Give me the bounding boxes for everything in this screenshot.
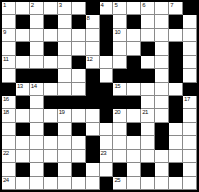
clue-number-8: 8 bbox=[87, 15, 90, 21]
clue-number-21: 21 bbox=[142, 109, 148, 115]
white-cell-r2-c4[interactable] bbox=[58, 29, 72, 42]
black-cell-r4-c5 bbox=[72, 56, 86, 69]
white-cell-r5-c7[interactable] bbox=[100, 69, 114, 82]
clue-number-10: 10 bbox=[114, 29, 120, 35]
white-cell-r7-c11[interactable] bbox=[155, 96, 169, 109]
white-cell-r2-c12[interactable] bbox=[169, 29, 183, 42]
white-cell-r2-c2[interactable] bbox=[30, 29, 44, 42]
white-cell-r0-c2[interactable]: 2 bbox=[30, 2, 44, 15]
white-cell-r3-c4[interactable] bbox=[58, 42, 72, 55]
white-cell-r6-c4[interactable] bbox=[58, 83, 72, 96]
white-cell-r6-c8[interactable]: 15 bbox=[113, 83, 127, 96]
white-cell-r8-c5[interactable] bbox=[72, 109, 86, 122]
white-cell-r1-c13[interactable] bbox=[183, 15, 197, 28]
black-cell-r7-c7 bbox=[100, 96, 114, 109]
clue-number-13: 13 bbox=[17, 83, 23, 89]
white-cell-r10-c12[interactable] bbox=[169, 136, 183, 149]
white-cell-r2-c6[interactable] bbox=[86, 29, 100, 42]
clue-number-24: 24 bbox=[3, 177, 9, 183]
white-cell-r10-c9[interactable] bbox=[127, 136, 141, 149]
white-cell-r5-c5[interactable] bbox=[72, 69, 86, 82]
white-cell-r9-c12[interactable] bbox=[169, 123, 183, 136]
black-cell-r10-c11 bbox=[155, 136, 169, 149]
white-cell-r8-c9[interactable] bbox=[127, 109, 141, 122]
white-cell-r2-c10[interactable] bbox=[141, 29, 155, 42]
crossword-grid: 1234567891011121314151617181920212223242… bbox=[0, 0, 199, 192]
clue-number-1: 1 bbox=[3, 2, 6, 8]
white-cell-r1-c6[interactable]: 8 bbox=[86, 15, 100, 28]
black-cell-r0-c6 bbox=[86, 2, 100, 15]
white-cell-r11-c1[interactable] bbox=[16, 150, 30, 163]
clue-number-14: 14 bbox=[31, 83, 37, 89]
clue-number-22: 22 bbox=[3, 150, 9, 156]
white-cell-r7-c2[interactable] bbox=[30, 96, 44, 109]
white-cell-r8-c6[interactable] bbox=[86, 109, 100, 122]
black-cell-r9-c9 bbox=[127, 123, 141, 136]
white-cell-r7-c10[interactable] bbox=[141, 96, 155, 109]
white-cell-r6-c1[interactable]: 13 bbox=[16, 83, 30, 96]
clue-number-5: 5 bbox=[114, 2, 117, 8]
black-cell-r1-c7 bbox=[100, 15, 114, 28]
black-cell-r11-c6 bbox=[86, 150, 100, 163]
black-cell-r6-c13 bbox=[183, 83, 197, 96]
white-cell-r12-c7[interactable] bbox=[100, 163, 114, 176]
white-cell-r3-c5[interactable] bbox=[72, 42, 86, 55]
white-cell-r12-c13[interactable] bbox=[183, 163, 197, 176]
black-cell-r5-c6 bbox=[86, 69, 100, 82]
white-cell-r8-c0[interactable]: 18 bbox=[2, 109, 16, 122]
white-cell-r1-c10[interactable] bbox=[141, 15, 155, 28]
clue-number-20: 20 bbox=[114, 109, 120, 115]
white-cell-r4-c2[interactable] bbox=[30, 56, 44, 69]
black-cell-r3-c1 bbox=[16, 42, 30, 55]
white-cell-r13-c12[interactable] bbox=[169, 177, 183, 190]
white-cell-r5-c11[interactable] bbox=[155, 69, 169, 82]
white-cell-r0-c11[interactable] bbox=[155, 2, 169, 15]
black-cell-r1-c12 bbox=[169, 15, 183, 28]
clue-number-11: 11 bbox=[3, 56, 8, 62]
white-cell-r11-c13[interactable] bbox=[183, 150, 197, 163]
white-cell-r4-c6[interactable]: 12 bbox=[86, 56, 100, 69]
white-cell-r2-c8[interactable]: 10 bbox=[113, 29, 127, 42]
white-cell-r13-c6[interactable] bbox=[86, 177, 100, 190]
white-cell-r7-c0[interactable]: 16 bbox=[2, 96, 16, 109]
white-cell-r8-c3[interactable] bbox=[44, 109, 58, 122]
clue-number-6: 6 bbox=[142, 2, 145, 8]
black-cell-r8-c7 bbox=[100, 109, 114, 122]
black-cell-r2-c7 bbox=[100, 29, 114, 42]
clue-number-19: 19 bbox=[59, 109, 65, 115]
black-cell-r9-c11 bbox=[155, 123, 169, 136]
black-cell-r12-c12 bbox=[169, 163, 183, 176]
white-cell-r6-c9[interactable] bbox=[127, 83, 141, 96]
white-cell-r9-c2[interactable] bbox=[30, 123, 44, 136]
white-cell-r11-c0[interactable]: 22 bbox=[2, 150, 16, 163]
clue-number-7: 7 bbox=[170, 2, 173, 8]
black-cell-r0-c13 bbox=[183, 2, 197, 15]
black-cell-r1-c3 bbox=[44, 15, 58, 28]
white-cell-r12-c11[interactable] bbox=[155, 163, 169, 176]
black-cell-r6-c0 bbox=[2, 83, 16, 96]
black-cell-r3-c7 bbox=[100, 42, 114, 55]
black-cell-r5-c3 bbox=[44, 69, 58, 82]
black-cell-r9-c3 bbox=[44, 123, 58, 136]
white-cell-r0-c8[interactable]: 5 bbox=[113, 2, 127, 15]
white-cell-r11-c7[interactable]: 23 bbox=[100, 150, 114, 163]
black-cell-r12-c3 bbox=[44, 163, 58, 176]
white-cell-r8-c8[interactable]: 20 bbox=[113, 109, 127, 122]
white-cell-r3-c6[interactable] bbox=[86, 42, 100, 55]
white-cell-r10-c8[interactable] bbox=[113, 136, 127, 149]
white-cell-r13-c4[interactable] bbox=[58, 177, 72, 190]
white-cell-r13-c13[interactable] bbox=[183, 177, 197, 190]
white-cell-r11-c4[interactable] bbox=[58, 150, 72, 163]
black-cell-r5-c2 bbox=[30, 69, 44, 82]
white-cell-r10-c5[interactable] bbox=[72, 136, 86, 149]
white-cell-r9-c7[interactable] bbox=[100, 123, 114, 136]
white-cell-r8-c1[interactable] bbox=[16, 109, 30, 122]
white-cell-r13-c8[interactable]: 25 bbox=[113, 177, 127, 190]
black-cell-r7-c4 bbox=[58, 96, 72, 109]
white-cell-r3-c11[interactable] bbox=[155, 42, 169, 55]
white-cell-r3-c13[interactable] bbox=[183, 42, 197, 55]
white-cell-r4-c1[interactable] bbox=[16, 56, 30, 69]
black-cell-r7-c9 bbox=[127, 96, 141, 109]
white-cell-r7-c13[interactable]: 17 bbox=[183, 96, 197, 109]
white-cell-r13-c1[interactable] bbox=[16, 177, 30, 190]
clue-number-23: 23 bbox=[101, 150, 107, 156]
white-cell-r9-c10[interactable] bbox=[141, 123, 155, 136]
clue-number-18: 18 bbox=[3, 109, 9, 115]
black-cell-r5-c12 bbox=[169, 69, 183, 82]
white-cell-r11-c12[interactable] bbox=[169, 150, 183, 163]
white-cell-r11-c2[interactable] bbox=[30, 150, 44, 163]
white-cell-r1-c0[interactable] bbox=[2, 15, 16, 28]
white-cell-r0-c1[interactable] bbox=[16, 2, 30, 15]
white-cell-r9-c8[interactable] bbox=[113, 123, 127, 136]
white-cell-r8-c10[interactable]: 21 bbox=[141, 109, 155, 122]
clue-number-17: 17 bbox=[184, 96, 190, 102]
white-cell-r5-c0[interactable] bbox=[2, 69, 16, 82]
clue-number-2: 2 bbox=[31, 2, 34, 8]
black-cell-r1-c5 bbox=[72, 15, 86, 28]
white-cell-r2-c1[interactable] bbox=[16, 29, 30, 42]
black-cell-r5-c8 bbox=[113, 69, 127, 82]
white-cell-r10-c3[interactable] bbox=[44, 136, 58, 149]
white-cell-r6-c2[interactable]: 14 bbox=[30, 83, 44, 96]
white-cell-r1-c4[interactable] bbox=[58, 15, 72, 28]
crossword-puzzle: 1234567891011121314151617181920212223242… bbox=[0, 0, 199, 192]
white-cell-r0-c7[interactable]: 4 bbox=[100, 2, 114, 15]
white-cell-r12-c2[interactable] bbox=[30, 163, 44, 176]
white-cell-r11-c9[interactable] bbox=[127, 150, 141, 163]
white-cell-r6-c11[interactable] bbox=[155, 83, 169, 96]
white-cell-r8-c13[interactable] bbox=[183, 109, 197, 122]
white-cell-r11-c3[interactable] bbox=[44, 150, 58, 163]
clue-number-3: 3 bbox=[59, 2, 62, 8]
white-cell-r3-c0[interactable] bbox=[2, 42, 16, 55]
white-cell-r2-c5[interactable] bbox=[72, 29, 86, 42]
clue-number-16: 16 bbox=[3, 96, 9, 102]
black-cell-r8-c12 bbox=[169, 109, 183, 122]
white-cell-r8-c4[interactable]: 19 bbox=[58, 109, 72, 122]
white-cell-r5-c13[interactable] bbox=[183, 69, 197, 82]
white-cell-r0-c12[interactable]: 7 bbox=[169, 2, 183, 15]
black-cell-r3-c12 bbox=[169, 42, 183, 55]
white-cell-r1-c11[interactable] bbox=[155, 15, 169, 28]
white-cell-r3-c9[interactable] bbox=[127, 42, 141, 55]
white-cell-r13-c9[interactable] bbox=[127, 177, 141, 190]
clue-number-15: 15 bbox=[114, 83, 120, 89]
black-cell-r3-c3 bbox=[44, 42, 58, 55]
white-cell-r4-c4[interactable] bbox=[58, 56, 72, 69]
black-cell-r12-c8 bbox=[113, 163, 127, 176]
white-cell-r0-c0[interactable]: 1 bbox=[2, 2, 16, 15]
white-cell-r6-c12[interactable] bbox=[169, 83, 183, 96]
black-cell-r6-c7 bbox=[100, 83, 114, 96]
white-cell-r5-c4[interactable] bbox=[58, 69, 72, 82]
white-cell-r4-c10[interactable] bbox=[141, 56, 155, 69]
white-cell-r9-c4[interactable] bbox=[58, 123, 72, 136]
black-cell-r12-c5 bbox=[72, 163, 86, 176]
white-cell-r12-c9[interactable] bbox=[127, 163, 141, 176]
black-cell-r13-c7 bbox=[100, 177, 114, 190]
white-cell-r2-c0[interactable]: 9 bbox=[2, 29, 16, 42]
black-cell-r5-c1 bbox=[16, 69, 30, 82]
black-cell-r4-c9 bbox=[127, 56, 141, 69]
white-cell-r4-c3[interactable] bbox=[44, 56, 58, 69]
white-cell-r9-c13[interactable] bbox=[183, 123, 197, 136]
white-cell-r10-c2[interactable] bbox=[30, 136, 44, 149]
white-cell-r9-c0[interactable] bbox=[2, 123, 16, 136]
black-cell-r7-c8 bbox=[113, 96, 127, 109]
white-cell-r13-c0[interactable]: 24 bbox=[2, 177, 16, 190]
black-cell-r12-c10 bbox=[141, 163, 155, 176]
white-cell-r0-c10[interactable]: 6 bbox=[141, 2, 155, 15]
black-cell-r5-c10 bbox=[141, 69, 155, 82]
white-cell-r11-c5[interactable] bbox=[72, 150, 86, 163]
white-cell-r6-c10[interactable] bbox=[141, 83, 155, 96]
black-cell-r10-c6 bbox=[86, 136, 100, 149]
black-cell-r9-c5 bbox=[72, 123, 86, 136]
black-cell-r6-c6 bbox=[86, 83, 100, 96]
white-cell-r0-c9[interactable] bbox=[127, 2, 141, 15]
black-cell-r12-c1 bbox=[16, 163, 30, 176]
white-cell-r1-c8[interactable] bbox=[113, 15, 127, 28]
black-cell-r7-c1 bbox=[16, 96, 30, 109]
white-cell-r0-c5[interactable] bbox=[72, 2, 86, 15]
white-cell-r13-c10[interactable] bbox=[141, 177, 155, 190]
black-cell-r4-c12 bbox=[169, 56, 183, 69]
white-cell-r10-c7[interactable] bbox=[100, 136, 114, 149]
white-cell-r10-c13[interactable] bbox=[183, 136, 197, 149]
clue-number-9: 9 bbox=[3, 29, 6, 35]
white-cell-r10-c0[interactable] bbox=[2, 136, 16, 149]
clue-number-25: 25 bbox=[114, 177, 120, 183]
white-cell-r6-c3[interactable] bbox=[44, 83, 58, 96]
white-cell-r11-c10[interactable] bbox=[141, 150, 155, 163]
white-cell-r10-c10[interactable] bbox=[141, 136, 155, 149]
black-cell-r1-c9 bbox=[127, 15, 141, 28]
black-cell-r3-c10 bbox=[141, 42, 155, 55]
white-cell-r13-c2[interactable] bbox=[30, 177, 44, 190]
white-cell-r8-c11[interactable] bbox=[155, 109, 169, 122]
black-cell-r7-c6 bbox=[86, 96, 100, 109]
black-cell-r7-c12 bbox=[169, 96, 183, 109]
black-cell-r1-c1 bbox=[16, 15, 30, 28]
white-cell-r11-c11[interactable] bbox=[155, 150, 169, 163]
white-cell-r13-c3[interactable] bbox=[44, 177, 58, 190]
white-cell-r4-c7[interactable] bbox=[100, 56, 114, 69]
white-cell-r10-c4[interactable] bbox=[58, 136, 72, 149]
white-cell-r4-c0[interactable]: 11 bbox=[2, 56, 16, 69]
white-cell-r13-c5[interactable] bbox=[72, 177, 86, 190]
clue-number-12: 12 bbox=[87, 56, 93, 62]
white-cell-r2-c11[interactable] bbox=[155, 29, 169, 42]
black-cell-r7-c5 bbox=[72, 96, 86, 109]
white-cell-r1-c2[interactable] bbox=[30, 15, 44, 28]
white-cell-r4-c8[interactable] bbox=[113, 56, 127, 69]
white-cell-r4-c11[interactable] bbox=[155, 56, 169, 69]
white-cell-r2-c3[interactable] bbox=[44, 29, 58, 42]
white-cell-r12-c0[interactable] bbox=[2, 163, 16, 176]
white-cell-r0-c4[interactable]: 3 bbox=[58, 2, 72, 15]
clue-number-4: 4 bbox=[101, 2, 104, 8]
white-cell-r0-c3[interactable] bbox=[44, 2, 58, 15]
white-cell-r4-c13[interactable] bbox=[183, 56, 197, 69]
white-cell-r11-c8[interactable] bbox=[113, 150, 127, 163]
white-cell-r2-c9[interactable] bbox=[127, 29, 141, 42]
black-cell-r7-c3 bbox=[44, 96, 58, 109]
white-cell-r9-c6[interactable] bbox=[86, 123, 100, 136]
white-cell-r6-c5[interactable] bbox=[72, 83, 86, 96]
black-cell-r5-c9 bbox=[127, 69, 141, 82]
white-cell-r2-c13[interactable] bbox=[183, 29, 197, 42]
white-cell-r3-c8[interactable] bbox=[113, 42, 127, 55]
white-cell-r8-c2[interactable] bbox=[30, 109, 44, 122]
white-cell-r12-c6[interactable] bbox=[86, 163, 100, 176]
white-cell-r13-c11[interactable] bbox=[155, 177, 169, 190]
white-cell-r3-c2[interactable] bbox=[30, 42, 44, 55]
white-cell-r12-c4[interactable] bbox=[58, 163, 72, 176]
white-cell-r10-c1[interactable] bbox=[16, 136, 30, 149]
black-cell-r9-c1 bbox=[16, 123, 30, 136]
